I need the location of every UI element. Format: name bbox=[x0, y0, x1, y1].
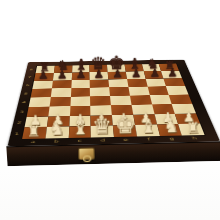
piece-white-rook[interactable]: ♜ bbox=[22, 123, 45, 139]
product-photo: ♜♞♝♛♚♝♞♜♟♟♟♟♟♟♟♟♟♟♟♟♟♟♟♟♜♞♝♛♚♝♞♜ abcdefg… bbox=[0, 0, 220, 220]
piece-black-pawn[interactable]: ♟ bbox=[108, 68, 127, 80]
brass-clasp bbox=[78, 148, 95, 161]
square-a1[interactable]: ♜ bbox=[22, 127, 47, 139]
square-d7[interactable]: ♟ bbox=[90, 72, 109, 80]
file-label-b: b bbox=[44, 139, 68, 144]
square-e7[interactable]: ♟ bbox=[108, 72, 127, 80]
square-c6[interactable] bbox=[71, 80, 90, 88]
square-f6[interactable] bbox=[127, 79, 147, 87]
square-f1[interactable]: ♝ bbox=[135, 125, 160, 137]
piece-white-bishop[interactable]: ♝ bbox=[136, 117, 159, 136]
square-c1[interactable]: ♝ bbox=[68, 126, 91, 138]
piece-black-pawn[interactable]: ♟ bbox=[163, 67, 182, 79]
file-label-d: d bbox=[91, 138, 114, 143]
file-label-g: g bbox=[160, 136, 184, 141]
piece-black-pawn[interactable]: ♟ bbox=[52, 69, 71, 81]
piece-white-king[interactable]: ♚ bbox=[114, 113, 137, 137]
board-frame: ♜♞♝♛♚♝♞♜♟♟♟♟♟♟♟♟♟♟♟♟♟♟♟♟♜♞♝♛♚♝♞♜ abcdefg… bbox=[8, 60, 220, 146]
square-h7[interactable]: ♟ bbox=[161, 71, 182, 79]
piece-white-knight[interactable]: ♞ bbox=[159, 118, 182, 136]
piece-white-bishop[interactable]: ♝ bbox=[68, 119, 91, 138]
square-c4[interactable] bbox=[70, 96, 91, 106]
piece-black-pawn[interactable]: ♟ bbox=[71, 68, 90, 80]
square-a4[interactable] bbox=[29, 97, 51, 107]
square-f5[interactable] bbox=[128, 87, 149, 96]
square-g1[interactable]: ♞ bbox=[157, 124, 182, 136]
square-h5[interactable] bbox=[166, 86, 188, 95]
square-a7[interactable]: ♟ bbox=[34, 73, 54, 81]
file-label-e: e bbox=[114, 137, 138, 142]
square-b7[interactable]: ♟ bbox=[53, 73, 72, 81]
rank-label-5: 5 bbox=[21, 89, 31, 98]
square-b1[interactable]: ♞ bbox=[45, 127, 69, 139]
square-e1[interactable]: ♚ bbox=[113, 125, 137, 137]
piece-black-pawn[interactable]: ♟ bbox=[145, 67, 164, 79]
file-label-a: a bbox=[21, 139, 45, 144]
square-h6[interactable] bbox=[164, 78, 185, 86]
piece-white-rook[interactable]: ♜ bbox=[182, 120, 205, 135]
piece-white-knight[interactable]: ♞ bbox=[45, 121, 68, 139]
file-label-h: h bbox=[182, 136, 207, 141]
piece-black-pawn[interactable]: ♟ bbox=[127, 68, 146, 80]
scene: ♜♞♝♛♚♝♞♜♟♟♟♟♟♟♟♟♟♟♟♟♟♟♟♟♜♞♝♛♚♝♞♜ abcdefg… bbox=[0, 0, 220, 220]
square-d1[interactable]: ♛ bbox=[91, 126, 114, 138]
square-h4[interactable] bbox=[169, 94, 192, 103]
square-g7[interactable]: ♟ bbox=[143, 71, 163, 79]
square-e5[interactable] bbox=[109, 87, 130, 96]
square-h1[interactable]: ♜ bbox=[178, 124, 204, 136]
piece-black-pawn[interactable]: ♟ bbox=[90, 68, 109, 80]
square-f4[interactable] bbox=[130, 95, 152, 105]
chess-board-box: ♜♞♝♛♚♝♞♜♟♟♟♟♟♟♟♟♟♟♟♟♟♟♟♟♜♞♝♛♚♝♞♜ abcdefg… bbox=[8, 60, 220, 146]
board-grid: ♜♞♝♛♚♝♞♜♟♟♟♟♟♟♟♟♟♟♟♟♟♟♟♟♜♞♝♛♚♝♞♜ bbox=[22, 64, 204, 139]
box-front-edge bbox=[6, 141, 220, 166]
piece-black-pawn[interactable]: ♟ bbox=[34, 69, 53, 81]
rank-label-4: 4 bbox=[19, 98, 29, 107]
rank-label-6: 6 bbox=[23, 81, 33, 89]
file-label-c: c bbox=[68, 138, 91, 143]
piece-white-queen[interactable]: ♛ bbox=[91, 115, 114, 137]
clasp-ring-icon bbox=[83, 155, 91, 162]
square-c5[interactable] bbox=[70, 88, 90, 97]
square-e4[interactable] bbox=[110, 96, 131, 106]
square-c7[interactable]: ♟ bbox=[71, 72, 90, 80]
square-e6[interactable] bbox=[108, 79, 128, 87]
square-d5[interactable] bbox=[90, 87, 110, 96]
rank-label-7: 7 bbox=[25, 73, 34, 81]
square-d4[interactable] bbox=[90, 96, 111, 106]
square-b5[interactable] bbox=[51, 88, 71, 97]
file-label-f: f bbox=[137, 137, 161, 142]
square-f7[interactable]: ♟ bbox=[126, 71, 146, 79]
square-b4[interactable] bbox=[49, 97, 70, 107]
